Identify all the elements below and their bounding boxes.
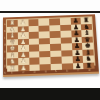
coord-rank-5: 5 bbox=[55, 69, 57, 72]
coord-file-b: b bbox=[4, 29, 6, 32]
chess-board: ♜♟♟♜♞♟♟♞♝♟♟♝♛♟♟♛♚♟♟♚♝♟♟♝♞♟♟♞♜♟♟♜ 1234567… bbox=[3, 14, 99, 77]
coord-file-g: g bbox=[4, 64, 6, 67]
coord-rank-1: 1 bbox=[12, 70, 14, 73]
coord-rank-7: 7 bbox=[77, 68, 79, 71]
board-squares: ♜♟♟♜♞♟♟♞♝♟♟♝♛♟♟♛♚♟♟♚♝♟♟♝♞♟♟♞♜♟♟♜ bbox=[7, 17, 94, 67]
coord-rank-4: 4 bbox=[45, 69, 47, 72]
coord-rank-3: 3 bbox=[34, 70, 36, 73]
coord-file-e: e bbox=[4, 50, 6, 53]
coord-file-f: f bbox=[5, 57, 6, 60]
coord-rank-8: 8 bbox=[88, 68, 90, 71]
coord-file-d: d bbox=[4, 43, 6, 46]
coord-file-h: h bbox=[4, 71, 6, 74]
rail-left: abcdefgh bbox=[3, 20, 7, 68]
letterbox-top-line bbox=[0, 11, 100, 13]
coord-rank-2: 2 bbox=[23, 70, 25, 73]
letterbox-bottom-bar bbox=[0, 88, 100, 100]
coord-rank-6: 6 bbox=[66, 69, 68, 72]
coord-file-a: a bbox=[4, 22, 6, 25]
coord-file-c: c bbox=[4, 36, 5, 39]
